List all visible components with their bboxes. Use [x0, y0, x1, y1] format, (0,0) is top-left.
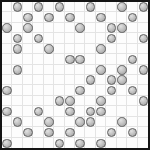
board-cell-r2c6[interactable] [65, 23, 75, 33]
board-cell-r3c11[interactable] [117, 33, 127, 43]
gray-stone[interactable] [107, 86, 117, 96]
board-cell-r6c3[interactable] [33, 65, 43, 75]
board-cell-r7c11[interactable] [117, 75, 127, 85]
gray-stone[interactable] [55, 139, 65, 149]
board-cell-r10c9[interactable] [96, 106, 106, 116]
gray-stone[interactable] [75, 139, 85, 149]
board-cell-r8c10[interactable] [106, 85, 116, 95]
board-cell-r12c9[interactable] [96, 127, 106, 137]
gray-stone[interactable] [75, 86, 85, 96]
board-cell-r9c10[interactable] [106, 96, 116, 106]
puzzle-screenshot [0, 0, 150, 150]
gray-stone[interactable] [44, 117, 54, 127]
board-cell-r1c10[interactable] [106, 12, 116, 22]
gray-stone[interactable] [2, 86, 12, 96]
board-cell-r9c4[interactable] [44, 96, 54, 106]
gray-stone[interactable] [44, 13, 54, 23]
board-cell-r9c2[interactable] [23, 96, 33, 106]
board-cell-r10c2[interactable] [23, 106, 33, 116]
board-cell-r3c8[interactable] [85, 33, 95, 43]
board-cell-r4c12[interactable] [127, 44, 137, 54]
board-cell-r11c2[interactable] [23, 117, 33, 127]
gray-stone[interactable] [13, 65, 23, 75]
board-cell-r4c6[interactable] [65, 44, 75, 54]
puzzle-board[interactable] [0, 0, 150, 150]
board-cell-r7c8[interactable] [85, 75, 95, 85]
board-cell-r11c6[interactable] [65, 117, 75, 127]
gray-stone[interactable] [34, 2, 44, 12]
board-cell-r0c0[interactable] [2, 2, 12, 12]
board-cell-r0c5[interactable] [54, 2, 64, 12]
gray-stone[interactable] [139, 65, 149, 75]
gray-stone[interactable] [128, 86, 138, 96]
gray-stone[interactable] [55, 2, 65, 12]
gray-stone[interactable] [107, 75, 117, 85]
board-cell-r0c4[interactable] [44, 2, 54, 12]
board-cell-r8c13[interactable] [138, 85, 148, 95]
board-cell-r4c8[interactable] [85, 44, 95, 54]
board-cell-r1c11[interactable] [117, 12, 127, 22]
gray-stone[interactable] [86, 117, 96, 127]
board-cell-r11c11[interactable] [117, 117, 127, 127]
board-cell-r12c5[interactable] [54, 127, 64, 137]
gray-stone[interactable] [139, 34, 149, 44]
board-cell-r9c11[interactable] [117, 96, 127, 106]
board-cell-r6c1[interactable] [12, 65, 22, 75]
board-cell-r10c0[interactable] [2, 106, 12, 116]
board-cell-r10c7[interactable] [75, 106, 85, 116]
board-cell-r6c0[interactable] [2, 65, 12, 75]
gray-stone[interactable] [128, 13, 138, 23]
gray-stone[interactable] [23, 13, 33, 23]
board-cell-r1c7[interactable] [75, 12, 85, 22]
gray-stone[interactable] [34, 107, 44, 117]
board-cell-r4c3[interactable] [33, 44, 43, 54]
board-cell-r12c6[interactable] [65, 127, 75, 137]
board-cell-r3c2[interactable] [23, 33, 33, 43]
gray-stone[interactable] [96, 13, 106, 23]
board-cell-r12c7[interactable] [75, 127, 85, 137]
board-cell-r9c6[interactable] [65, 96, 75, 106]
board-cell-r10c1[interactable] [12, 106, 22, 116]
board-cell-r6c4[interactable] [44, 65, 54, 75]
board-cell-r13c7[interactable] [75, 138, 85, 148]
gray-stone[interactable] [65, 128, 75, 138]
gray-stone[interactable] [65, 96, 75, 106]
board-cell-r5c4[interactable] [44, 54, 54, 64]
board-cell-r2c1[interactable] [12, 23, 22, 33]
gray-stone[interactable] [23, 128, 33, 138]
board-cell-r8c9[interactable] [96, 85, 106, 95]
board-cell-r5c13[interactable] [138, 54, 148, 64]
board-cell-r9c9[interactable] [96, 96, 106, 106]
board-cell-r8c12[interactable] [127, 85, 137, 95]
board-cell-r8c7[interactable] [75, 85, 85, 95]
gray-stone[interactable] [96, 107, 106, 117]
board-cell-r3c0[interactable] [2, 33, 12, 43]
board-cell-r2c5[interactable] [54, 23, 64, 33]
gray-stone[interactable] [2, 107, 12, 117]
board-cell-r13c13[interactable] [138, 138, 148, 148]
board-cell-r11c9[interactable] [96, 117, 106, 127]
board-cell-r0c11[interactable] [117, 2, 127, 12]
board-cell-r6c6[interactable] [65, 65, 75, 75]
board-cell-r1c4[interactable] [44, 12, 54, 22]
board-cell-r12c2[interactable] [23, 127, 33, 137]
board-cell-r8c2[interactable] [23, 85, 33, 95]
board-cell-r11c3[interactable] [33, 117, 43, 127]
board-cell-r9c1[interactable] [12, 96, 22, 106]
gray-stone[interactable] [96, 96, 106, 106]
board-cell-r10c11[interactable] [117, 106, 127, 116]
board-cell-r5c7[interactable] [75, 54, 85, 64]
board-cell-r1c0[interactable] [2, 12, 12, 22]
board-cell-r13c0[interactable] [2, 138, 12, 148]
board-cell-r5c3[interactable] [33, 54, 43, 64]
board-cell-r1c12[interactable] [127, 12, 137, 22]
gray-stone[interactable] [96, 65, 106, 75]
board-cell-r8c0[interactable] [2, 85, 12, 95]
board-cell-r0c2[interactable] [23, 2, 33, 12]
board-cell-r6c9[interactable] [96, 65, 106, 75]
board-cell-r2c7[interactable] [75, 23, 85, 33]
board-cell-r3c1[interactable] [12, 33, 22, 43]
board-cell-r7c13[interactable] [138, 75, 148, 85]
board-cell-r11c1[interactable] [12, 117, 22, 127]
gray-stone[interactable] [107, 34, 117, 44]
board-cell-r13c10[interactable] [106, 138, 116, 148]
board-cell-r12c10[interactable] [106, 127, 116, 137]
board-cell-r2c9[interactable] [96, 23, 106, 33]
board-cell-r4c10[interactable] [106, 44, 116, 54]
board-cell-r12c8[interactable] [85, 127, 95, 137]
gray-stone[interactable] [75, 117, 85, 127]
gray-stone[interactable] [117, 65, 127, 75]
board-cell-r2c11[interactable] [117, 23, 127, 33]
board-cell-r10c10[interactable] [106, 106, 116, 116]
board-cell-r2c0[interactable] [2, 23, 12, 33]
board-cell-r5c10[interactable] [106, 54, 116, 64]
board-cell-r12c12[interactable] [127, 127, 137, 137]
gray-stone[interactable] [107, 128, 117, 138]
board-cell-r2c10[interactable] [106, 23, 116, 33]
gray-stone[interactable] [86, 2, 96, 12]
gray-stone[interactable] [128, 55, 138, 65]
gray-stone[interactable] [13, 34, 23, 44]
board-cell-r5c8[interactable] [85, 54, 95, 64]
gray-stone[interactable] [117, 117, 127, 127]
board-cell-r10c6[interactable] [65, 106, 75, 116]
board-cell-r7c0[interactable] [2, 75, 12, 85]
board-cell-r12c0[interactable] [2, 127, 12, 137]
board-cell-r1c1[interactable] [12, 12, 22, 22]
board-cell-r10c5[interactable] [54, 106, 64, 116]
board-cell-r4c2[interactable] [23, 44, 33, 54]
board-cell-r5c12[interactable] [127, 54, 137, 64]
board-cell-r8c11[interactable] [117, 85, 127, 95]
board-cell-r10c12[interactable] [127, 106, 137, 116]
gray-stone[interactable] [139, 96, 149, 106]
board-cell-r10c8[interactable] [85, 106, 95, 116]
board-cell-r13c3[interactable] [33, 138, 43, 148]
board-cell-r5c0[interactable] [2, 54, 12, 64]
board-cell-r9c13[interactable] [138, 96, 148, 106]
board-cell-r7c12[interactable] [127, 75, 137, 85]
board-cell-r5c5[interactable] [54, 54, 64, 64]
gray-stone[interactable] [13, 44, 23, 54]
gray-stone[interactable] [44, 128, 54, 138]
board-cell-r2c13[interactable] [138, 23, 148, 33]
board-cell-r6c2[interactable] [23, 65, 33, 75]
board-cell-r5c6[interactable] [65, 54, 75, 64]
gray-stone[interactable] [117, 75, 127, 85]
board-cell-r3c4[interactable] [44, 33, 54, 43]
board-cell-r7c6[interactable] [65, 75, 75, 85]
gray-stone[interactable] [44, 44, 54, 54]
gray-stone[interactable] [117, 23, 127, 33]
gray-stone[interactable] [128, 128, 138, 138]
gray-stone[interactable] [117, 2, 127, 12]
board-cell-r9c5[interactable] [54, 96, 64, 106]
board-cell-r1c5[interactable] [54, 12, 64, 22]
board-cell-r11c10[interactable] [106, 117, 116, 127]
board-cell-r6c7[interactable] [75, 65, 85, 75]
board-cell-r1c2[interactable] [23, 12, 33, 22]
board-cell-r13c4[interactable] [44, 138, 54, 148]
board-cell-r13c6[interactable] [65, 138, 75, 148]
board-cell-r11c8[interactable] [85, 117, 95, 127]
board-cell-r7c3[interactable] [33, 75, 43, 85]
board-cell-r13c9[interactable] [96, 138, 106, 148]
gray-stone[interactable] [2, 139, 12, 149]
board-cell-r8c8[interactable] [85, 85, 95, 95]
board-cell-r7c10[interactable] [106, 75, 116, 85]
board-cell-r6c5[interactable] [54, 65, 64, 75]
board-cell-r0c1[interactable] [12, 2, 22, 12]
board-cell-r2c8[interactable] [85, 23, 95, 33]
board-cell-r9c8[interactable] [85, 96, 95, 106]
gray-stone[interactable] [13, 117, 23, 127]
board-cell-r1c8[interactable] [85, 12, 95, 22]
board-cell-r3c3[interactable] [33, 33, 43, 43]
board-cell-r4c5[interactable] [54, 44, 64, 54]
gray-stone[interactable] [86, 75, 96, 85]
board-cell-r3c10[interactable] [106, 33, 116, 43]
board-cell-r9c7[interactable] [75, 96, 85, 106]
gray-stone[interactable] [34, 34, 44, 44]
board-cell-r1c6[interactable] [65, 12, 75, 22]
board-cell-r12c4[interactable] [44, 127, 54, 137]
gray-stone[interactable] [75, 55, 85, 65]
board-cell-r8c3[interactable] [33, 85, 43, 95]
board-cell-r2c4[interactable] [44, 23, 54, 33]
board-cell-r4c7[interactable] [75, 44, 85, 54]
board-cell-r6c10[interactable] [106, 65, 116, 75]
board-cell-r2c2[interactable] [23, 23, 33, 33]
board-cell-r0c13[interactable] [138, 2, 148, 12]
board-cell-r4c11[interactable] [117, 44, 127, 54]
board-cell-r13c11[interactable] [117, 138, 127, 148]
board-cell-r9c0[interactable] [2, 96, 12, 106]
board-cell-r12c13[interactable] [138, 127, 148, 137]
board-cell-r8c4[interactable] [44, 85, 54, 95]
board-cell-r6c12[interactable] [127, 65, 137, 75]
board-cell-r1c9[interactable] [96, 12, 106, 22]
board-cell-r9c3[interactable] [33, 96, 43, 106]
board-cell-r3c5[interactable] [54, 33, 64, 43]
board-cell-r5c1[interactable] [12, 54, 22, 64]
board-cell-r3c12[interactable] [127, 33, 137, 43]
board-cell-r7c5[interactable] [54, 75, 64, 85]
board-cell-r7c7[interactable] [75, 75, 85, 85]
board-cell-r11c4[interactable] [44, 117, 54, 127]
board-cell-r6c11[interactable] [117, 65, 127, 75]
board-cell-r4c0[interactable] [2, 44, 12, 54]
board-cell-r3c7[interactable] [75, 33, 85, 43]
board-cell-r13c12[interactable] [127, 138, 137, 148]
board-cell-r0c3[interactable] [33, 2, 43, 12]
board-cell-r13c2[interactable] [23, 138, 33, 148]
board-cell-r3c6[interactable] [65, 33, 75, 43]
board-cell-r3c9[interactable] [96, 33, 106, 43]
board-cell-r1c13[interactable] [138, 12, 148, 22]
gray-stone[interactable] [65, 13, 75, 23]
board-cell-r10c3[interactable] [33, 106, 43, 116]
board-cell-r4c4[interactable] [44, 44, 54, 54]
board-cell-r0c10[interactable] [106, 2, 116, 12]
board-cell-r0c8[interactable] [85, 2, 95, 12]
board-cell-r6c13[interactable] [138, 65, 148, 75]
board-cell-r7c2[interactable] [23, 75, 33, 85]
board-cell-r12c1[interactable] [12, 127, 22, 137]
board-cell-r1c3[interactable] [33, 12, 43, 22]
gray-stone[interactable] [139, 2, 149, 12]
board-cell-r8c6[interactable] [65, 85, 75, 95]
gray-stone[interactable] [75, 23, 85, 33]
board-cell-r11c7[interactable] [75, 117, 85, 127]
board-cell-r11c12[interactable] [127, 117, 137, 127]
board-cell-r6c8[interactable] [85, 65, 95, 75]
board-cell-r7c4[interactable] [44, 75, 54, 85]
board-cell-r4c13[interactable] [138, 44, 148, 54]
board-cell-r12c3[interactable] [33, 127, 43, 137]
gray-stone[interactable] [96, 139, 106, 149]
board-cell-r13c1[interactable] [12, 138, 22, 148]
board-cell-r9c12[interactable] [127, 96, 137, 106]
board-cell-r0c6[interactable] [65, 2, 75, 12]
board-cell-r13c5[interactable] [54, 138, 64, 148]
gray-stone[interactable] [23, 23, 33, 33]
board-cell-r0c9[interactable] [96, 2, 106, 12]
board-cell-r7c9[interactable] [96, 75, 106, 85]
board-cell-r13c8[interactable] [85, 138, 95, 148]
gray-stone[interactable] [86, 107, 96, 117]
board-cell-r8c1[interactable] [12, 85, 22, 95]
gray-stone[interactable] [65, 107, 75, 117]
board-cell-r2c12[interactable] [127, 23, 137, 33]
board-cell-r12c11[interactable] [117, 127, 127, 137]
board-cell-r5c11[interactable] [117, 54, 127, 64]
board-cell-r7c1[interactable] [12, 75, 22, 85]
board-cell-r3c13[interactable] [138, 33, 148, 43]
gray-stone[interactable] [107, 23, 117, 33]
board-cell-r8c5[interactable] [54, 85, 64, 95]
board-cell-r11c0[interactable] [2, 117, 12, 127]
board-cell-r5c9[interactable] [96, 54, 106, 64]
board-cell-r5c2[interactable] [23, 54, 33, 64]
board-cell-r4c9[interactable] [96, 44, 106, 54]
gray-stone[interactable] [65, 55, 75, 65]
board-cell-r0c12[interactable] [127, 2, 137, 12]
board-cell-r11c13[interactable] [138, 117, 148, 127]
gray-stone[interactable] [55, 96, 65, 106]
board-cell-r10c4[interactable] [44, 106, 54, 116]
board-cell-r10c13[interactable] [138, 106, 148, 116]
gray-stone[interactable] [2, 23, 12, 33]
board-cell-r11c5[interactable] [54, 117, 64, 127]
board-cell-r0c7[interactable] [75, 2, 85, 12]
board-cell-r4c1[interactable] [12, 44, 22, 54]
gray-stone[interactable] [96, 44, 106, 54]
board-cell-r2c3[interactable] [33, 23, 43, 33]
gray-stone[interactable] [13, 2, 23, 12]
